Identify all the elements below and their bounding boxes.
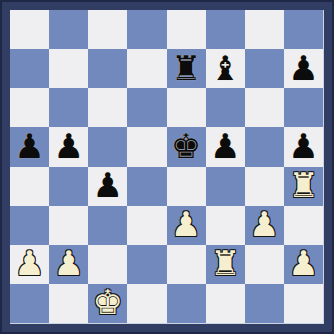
square-g1[interactable] bbox=[245, 284, 284, 323]
square-f6[interactable] bbox=[206, 88, 245, 127]
square-g5[interactable] bbox=[245, 127, 284, 166]
square-b3[interactable] bbox=[49, 206, 88, 245]
square-c4[interactable]: ♟ bbox=[88, 167, 127, 206]
square-a3[interactable] bbox=[10, 206, 49, 245]
white-king[interactable]: ♚ bbox=[93, 285, 123, 319]
square-h1[interactable] bbox=[284, 284, 323, 323]
square-d3[interactable] bbox=[127, 206, 166, 245]
square-e6[interactable] bbox=[167, 88, 206, 127]
square-e5[interactable]: ♚ bbox=[167, 127, 206, 166]
square-d6[interactable] bbox=[127, 88, 166, 127]
square-b1[interactable] bbox=[49, 284, 88, 323]
square-e3[interactable]: ♟ bbox=[167, 206, 206, 245]
square-d2[interactable] bbox=[127, 245, 166, 284]
square-d8[interactable] bbox=[127, 10, 166, 49]
square-c7[interactable] bbox=[88, 49, 127, 88]
square-b6[interactable] bbox=[49, 88, 88, 127]
square-h2[interactable]: ♟ bbox=[284, 245, 323, 284]
square-h5[interactable]: ♟ bbox=[284, 127, 323, 166]
square-h7[interactable]: ♟ bbox=[284, 49, 323, 88]
square-g6[interactable] bbox=[245, 88, 284, 127]
white-pawn[interactable]: ♟ bbox=[53, 246, 83, 280]
square-a8[interactable] bbox=[10, 10, 49, 49]
square-h6[interactable] bbox=[284, 88, 323, 127]
black-pawn[interactable]: ♟ bbox=[288, 51, 318, 85]
square-b2[interactable]: ♟ bbox=[49, 245, 88, 284]
white-rook[interactable]: ♜ bbox=[288, 168, 318, 202]
square-h8[interactable] bbox=[284, 10, 323, 49]
square-f4[interactable] bbox=[206, 167, 245, 206]
black-pawn[interactable]: ♟ bbox=[210, 129, 240, 163]
square-f2[interactable]: ♜ bbox=[206, 245, 245, 284]
white-pawn[interactable]: ♟ bbox=[288, 246, 318, 280]
square-a2[interactable]: ♟ bbox=[10, 245, 49, 284]
square-d1[interactable] bbox=[127, 284, 166, 323]
black-bishop[interactable]: ♝ bbox=[210, 51, 240, 85]
square-d4[interactable] bbox=[127, 167, 166, 206]
square-g8[interactable] bbox=[245, 10, 284, 49]
square-b4[interactable] bbox=[49, 167, 88, 206]
square-b8[interactable] bbox=[49, 10, 88, 49]
white-pawn[interactable]: ♟ bbox=[249, 207, 279, 241]
black-pawn[interactable]: ♟ bbox=[14, 129, 44, 163]
square-c3[interactable] bbox=[88, 206, 127, 245]
black-rook[interactable]: ♜ bbox=[171, 51, 201, 85]
square-h4[interactable]: ♜ bbox=[284, 167, 323, 206]
square-c1[interactable]: ♚ bbox=[88, 284, 127, 323]
square-a4[interactable] bbox=[10, 167, 49, 206]
square-g3[interactable]: ♟ bbox=[245, 206, 284, 245]
square-f7[interactable]: ♝ bbox=[206, 49, 245, 88]
white-pawn[interactable]: ♟ bbox=[171, 207, 201, 241]
square-h3[interactable] bbox=[284, 206, 323, 245]
square-c2[interactable] bbox=[88, 245, 127, 284]
chess-board-frame: ♜♝♟♟♟♚♟♟♟♜♟♟♟♟♜♟♚ bbox=[0, 0, 334, 334]
square-f3[interactable] bbox=[206, 206, 245, 245]
square-b5[interactable]: ♟ bbox=[49, 127, 88, 166]
square-a1[interactable] bbox=[10, 284, 49, 323]
square-e1[interactable] bbox=[167, 284, 206, 323]
chess-board: ♜♝♟♟♟♚♟♟♟♜♟♟♟♟♜♟♚ bbox=[10, 10, 324, 324]
square-e2[interactable] bbox=[167, 245, 206, 284]
square-c5[interactable] bbox=[88, 127, 127, 166]
square-f5[interactable]: ♟ bbox=[206, 127, 245, 166]
white-rook[interactable]: ♜ bbox=[210, 246, 240, 280]
square-e4[interactable] bbox=[167, 167, 206, 206]
black-pawn[interactable]: ♟ bbox=[53, 129, 83, 163]
square-g7[interactable] bbox=[245, 49, 284, 88]
square-g2[interactable] bbox=[245, 245, 284, 284]
square-a7[interactable] bbox=[10, 49, 49, 88]
square-a5[interactable]: ♟ bbox=[10, 127, 49, 166]
square-e8[interactable] bbox=[167, 10, 206, 49]
square-e7[interactable]: ♜ bbox=[167, 49, 206, 88]
square-g4[interactable] bbox=[245, 167, 284, 206]
square-f8[interactable] bbox=[206, 10, 245, 49]
black-pawn[interactable]: ♟ bbox=[93, 168, 123, 202]
black-pawn[interactable]: ♟ bbox=[288, 129, 318, 163]
white-pawn[interactable]: ♟ bbox=[14, 246, 44, 280]
square-a6[interactable] bbox=[10, 88, 49, 127]
square-f1[interactable] bbox=[206, 284, 245, 323]
square-b7[interactable] bbox=[49, 49, 88, 88]
square-d7[interactable] bbox=[127, 49, 166, 88]
black-king[interactable]: ♚ bbox=[171, 129, 201, 163]
square-d5[interactable] bbox=[127, 127, 166, 166]
square-c6[interactable] bbox=[88, 88, 127, 127]
square-c8[interactable] bbox=[88, 10, 127, 49]
